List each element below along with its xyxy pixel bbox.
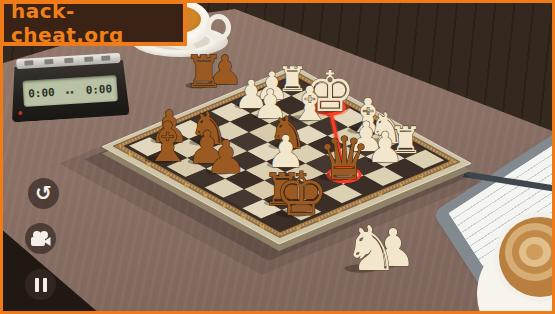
piece-black-king-h7[interactable]: ♚ [275, 159, 329, 229]
record-button[interactable] [25, 223, 56, 254]
pause-icon [35, 278, 47, 292]
watermark-text: hack-cheat.org [4, 0, 183, 47]
chess-board[interactable]: ABCDEFGH12345678♟♜♜♟♟♚♟♝♝♟♞♞♞♟♜♝♟♟♟♟♛♜♚♟… [0, 0, 555, 314]
piece-white-pawn-g2[interactable]: ♟ [366, 123, 404, 172]
video-camera-icon [31, 231, 51, 246]
board-coordinate: 3 [399, 183, 403, 189]
board-coordinate: 1 [440, 166, 444, 172]
piece-black-bishop-b8[interactable]: ♝ [143, 110, 192, 174]
piece-white-knight-captured[interactable]: ♞ [343, 212, 399, 285]
board-coordinate: D [184, 183, 189, 189]
board-coordinate: H [260, 224, 265, 230]
board-coordinate: A [128, 152, 133, 158]
board-coordinate: 5 [358, 200, 362, 206]
piece-black-rook-captured[interactable]: ♜ [184, 46, 223, 97]
undo-icon: ↺ [35, 183, 52, 203]
board-coordinate: F [222, 204, 226, 210]
piece-black-pawn-d7[interactable]: ♟ [205, 130, 246, 184]
game-screen: 0:00 ▪▪ 0:00 ABCDEFGH12345678♟♜♜♟♟♚♟♝♝♟♞… [0, 0, 555, 314]
board-coordinate: 6 [337, 209, 341, 215]
undo-button[interactable]: ↺ [28, 178, 59, 209]
board-coordinate: G [241, 214, 246, 220]
watermark-banner: hack-cheat.org [0, 0, 187, 46]
pause-button[interactable] [25, 269, 56, 300]
board-coordinate: 2 [419, 175, 423, 181]
board-coordinate: E [204, 193, 208, 199]
board-coordinate: 4 [378, 192, 382, 198]
